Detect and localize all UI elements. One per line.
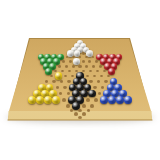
hole-icon — [101, 86, 104, 89]
hole-icon — [97, 80, 100, 83]
hole-icon — [89, 80, 92, 83]
board-row — [0, 113, 160, 122]
hole-icon — [93, 86, 96, 89]
hole-icon — [67, 80, 70, 83]
empty-hole[interactable] — [76, 113, 85, 122]
photo-background — [0, 0, 160, 160]
board-grid — [0, 0, 160, 160]
hole-icon — [45, 80, 48, 83]
hole-icon — [104, 80, 107, 83]
hole-icon — [67, 92, 71, 95]
hole-icon — [60, 80, 63, 83]
hole-icon — [52, 80, 55, 83]
hole-icon — [98, 92, 102, 95]
hole-icon — [56, 86, 59, 89]
hole-icon — [63, 86, 66, 89]
hole-icon — [59, 92, 63, 95]
hole-icon — [78, 116, 82, 119]
